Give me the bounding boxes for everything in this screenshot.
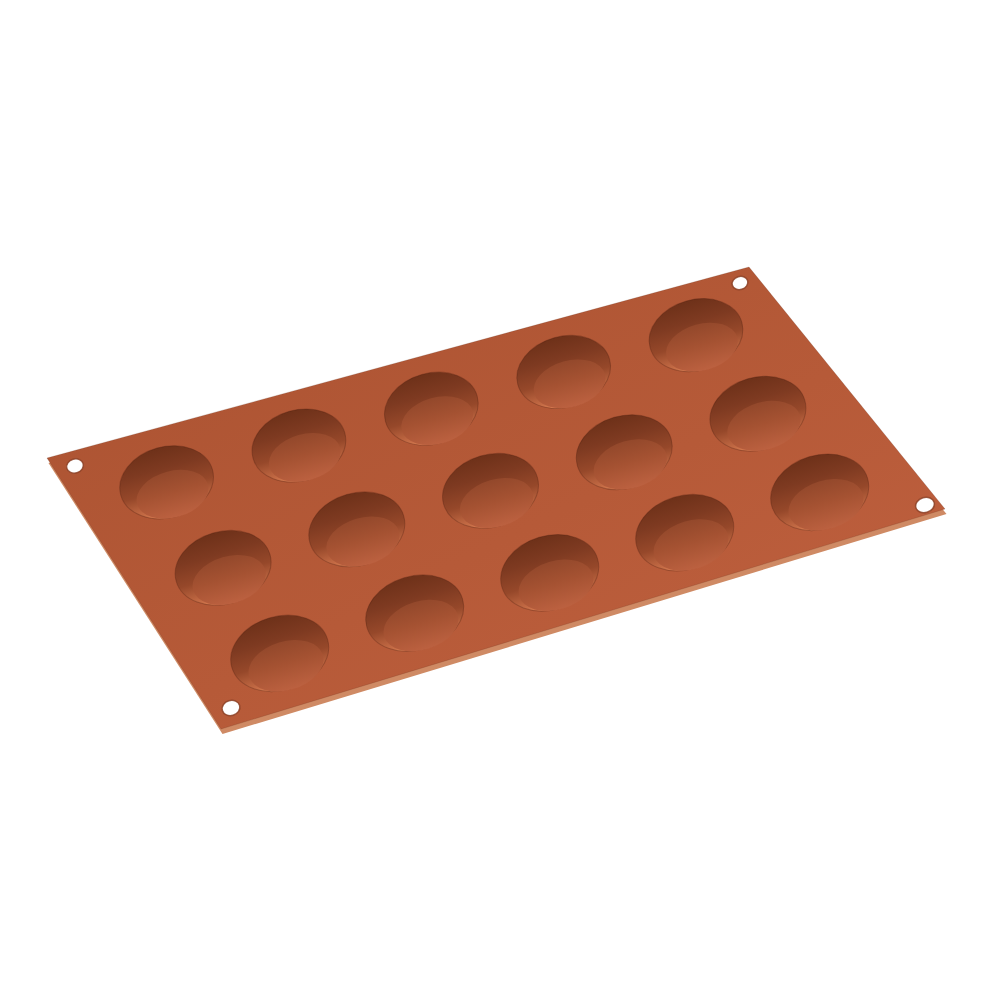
product-photo: [0, 0, 1000, 1000]
silicone-mould-photo-svg: [0, 0, 1000, 1000]
